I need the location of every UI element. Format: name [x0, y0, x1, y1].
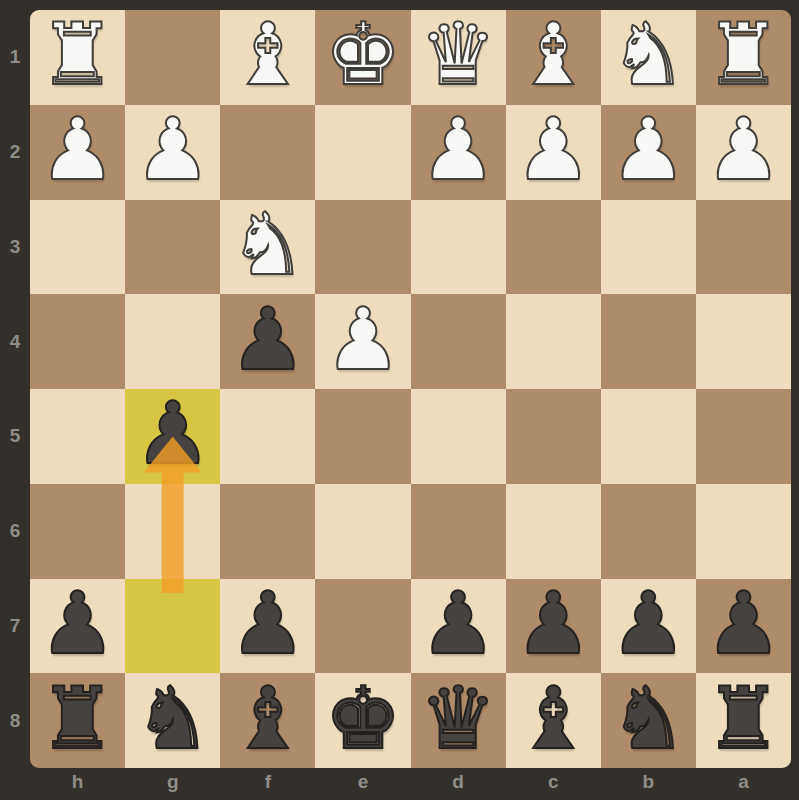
square-g8[interactable]: ♞	[125, 673, 220, 768]
piece-white-pawn[interactable]: ♟	[39, 106, 116, 192]
square-d1[interactable]: ♛	[411, 10, 506, 105]
square-d5[interactable]	[411, 389, 506, 484]
piece-black-pawn[interactable]: ♟	[229, 580, 306, 666]
square-g4[interactable]	[125, 294, 220, 389]
piece-black-king[interactable]: ♚	[324, 675, 401, 761]
chess-board-panel: 12345678 ♜♝♚♛♝♞♜♟♟♟♟♟♟♞♟♟♟♟♟♟♟♟♟♜♞♝♚♛♝♞♜…	[0, 0, 799, 800]
rank-label-5: 5	[0, 389, 30, 484]
square-b4[interactable]	[601, 294, 696, 389]
piece-white-rook[interactable]: ♜	[705, 11, 782, 97]
square-a5[interactable]	[696, 389, 791, 484]
square-c6[interactable]	[506, 484, 601, 579]
square-h1[interactable]: ♜	[30, 10, 125, 105]
square-b8[interactable]: ♞	[601, 673, 696, 768]
piece-white-queen[interactable]: ♛	[420, 11, 497, 97]
square-d7[interactable]: ♟	[411, 579, 506, 674]
square-d2[interactable]: ♟	[411, 105, 506, 200]
file-label-a: a	[696, 768, 791, 800]
piece-black-knight[interactable]: ♞	[134, 675, 211, 761]
square-f5[interactable]	[220, 389, 315, 484]
piece-white-pawn[interactable]: ♟	[324, 296, 401, 382]
square-h2[interactable]: ♟	[30, 105, 125, 200]
square-b7[interactable]: ♟	[601, 579, 696, 674]
square-e6[interactable]	[315, 484, 410, 579]
square-g2[interactable]: ♟	[125, 105, 220, 200]
piece-white-king[interactable]: ♚	[324, 11, 401, 97]
piece-black-pawn[interactable]: ♟	[134, 390, 211, 476]
square-g3[interactable]	[125, 200, 220, 295]
piece-black-bishop[interactable]: ♝	[515, 675, 592, 761]
file-label-f: f	[220, 768, 315, 800]
rank-coordinates: 12345678	[0, 10, 30, 768]
square-b5[interactable]	[601, 389, 696, 484]
square-b2[interactable]: ♟	[601, 105, 696, 200]
piece-white-pawn[interactable]: ♟	[515, 106, 592, 192]
piece-black-rook[interactable]: ♜	[705, 675, 782, 761]
square-h8[interactable]: ♜	[30, 673, 125, 768]
piece-black-pawn[interactable]: ♟	[705, 580, 782, 666]
square-h6[interactable]	[30, 484, 125, 579]
piece-black-pawn[interactable]: ♟	[610, 580, 687, 666]
square-f4[interactable]: ♟	[220, 294, 315, 389]
piece-black-pawn[interactable]: ♟	[39, 580, 116, 666]
file-label-h: h	[30, 768, 125, 800]
square-f8[interactable]: ♝	[220, 673, 315, 768]
square-c1[interactable]: ♝	[506, 10, 601, 105]
file-label-g: g	[125, 768, 220, 800]
square-d6[interactable]	[411, 484, 506, 579]
square-e2[interactable]	[315, 105, 410, 200]
piece-white-pawn[interactable]: ♟	[610, 106, 687, 192]
square-c3[interactable]	[506, 200, 601, 295]
chess-board: ♜♝♚♛♝♞♜♟♟♟♟♟♟♞♟♟♟♟♟♟♟♟♟♜♞♝♚♛♝♞♜	[30, 10, 791, 768]
square-f1[interactable]: ♝	[220, 10, 315, 105]
piece-black-knight[interactable]: ♞	[610, 675, 687, 761]
piece-black-pawn[interactable]: ♟	[229, 296, 306, 382]
square-e4[interactable]: ♟	[315, 294, 410, 389]
square-h7[interactable]: ♟	[30, 579, 125, 674]
square-g7[interactable]	[125, 579, 220, 674]
square-f6[interactable]	[220, 484, 315, 579]
rank-label-7: 7	[0, 579, 30, 674]
square-d4[interactable]	[411, 294, 506, 389]
square-h4[interactable]	[30, 294, 125, 389]
square-c4[interactable]	[506, 294, 601, 389]
piece-black-pawn[interactable]: ♟	[420, 580, 497, 666]
square-a4[interactable]	[696, 294, 791, 389]
square-b3[interactable]	[601, 200, 696, 295]
rank-label-1: 1	[0, 10, 30, 105]
rank-label-8: 8	[0, 673, 30, 768]
rank-label-2: 2	[0, 105, 30, 200]
square-a8[interactable]: ♜	[696, 673, 791, 768]
square-d3[interactable]	[411, 200, 506, 295]
piece-white-rook[interactable]: ♜	[39, 11, 116, 97]
file-label-d: d	[411, 768, 506, 800]
square-a6[interactable]	[696, 484, 791, 579]
piece-white-bishop[interactable]: ♝	[229, 11, 306, 97]
piece-white-pawn[interactable]: ♟	[705, 106, 782, 192]
square-b6[interactable]	[601, 484, 696, 579]
piece-black-bishop[interactable]: ♝	[229, 675, 306, 761]
square-a3[interactable]	[696, 200, 791, 295]
piece-white-pawn[interactable]: ♟	[134, 106, 211, 192]
square-e3[interactable]	[315, 200, 410, 295]
file-coordinates: hgfedcba	[30, 768, 791, 800]
square-c2[interactable]: ♟	[506, 105, 601, 200]
square-g6[interactable]	[125, 484, 220, 579]
square-c5[interactable]	[506, 389, 601, 484]
piece-white-pawn[interactable]: ♟	[420, 106, 497, 192]
square-a2[interactable]: ♟	[696, 105, 791, 200]
square-c7[interactable]: ♟	[506, 579, 601, 674]
square-f2[interactable]	[220, 105, 315, 200]
rank-label-4: 4	[0, 294, 30, 389]
square-f3[interactable]: ♞	[220, 200, 315, 295]
piece-black-rook[interactable]: ♜	[39, 675, 116, 761]
piece-white-knight[interactable]: ♞	[229, 201, 306, 287]
rank-label-6: 6	[0, 484, 30, 579]
square-e5[interactable]	[315, 389, 410, 484]
file-label-c: c	[506, 768, 601, 800]
piece-black-queen[interactable]: ♛	[420, 675, 497, 761]
square-e8[interactable]: ♚	[315, 673, 410, 768]
square-h5[interactable]	[30, 389, 125, 484]
square-e7[interactable]	[315, 579, 410, 674]
square-f7[interactable]: ♟	[220, 579, 315, 674]
square-h3[interactable]	[30, 200, 125, 295]
piece-black-pawn[interactable]: ♟	[515, 580, 592, 666]
square-e1[interactable]: ♚	[315, 10, 410, 105]
square-b1[interactable]: ♞	[601, 10, 696, 105]
square-g1[interactable]	[125, 10, 220, 105]
piece-white-bishop[interactable]: ♝	[515, 11, 592, 97]
rank-label-3: 3	[0, 200, 30, 295]
file-label-b: b	[601, 768, 696, 800]
square-a7[interactable]: ♟	[696, 579, 791, 674]
square-g5[interactable]: ♟	[125, 389, 220, 484]
square-c8[interactable]: ♝	[506, 673, 601, 768]
square-a1[interactable]: ♜	[696, 10, 791, 105]
square-d8[interactable]: ♛	[411, 673, 506, 768]
piece-white-knight[interactable]: ♞	[610, 11, 687, 97]
file-label-e: e	[315, 768, 410, 800]
